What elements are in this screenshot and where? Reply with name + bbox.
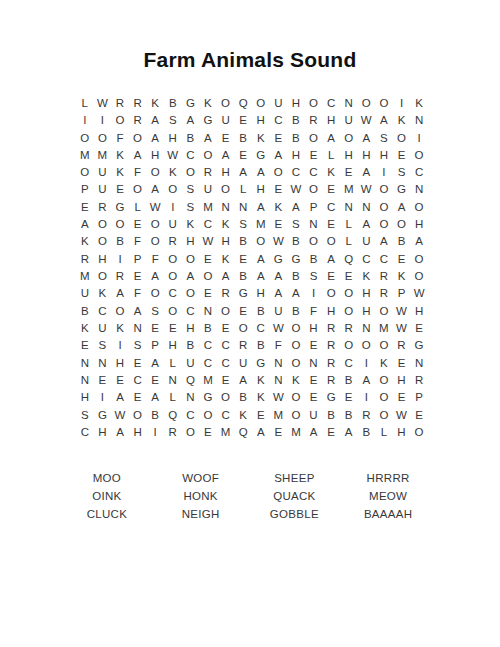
grid-cell: A [270, 268, 288, 285]
grid-cell: A [393, 199, 411, 216]
grid-cell: E [129, 355, 147, 372]
grid-cell: H [94, 424, 112, 441]
grid-cell: B [111, 234, 129, 251]
grid-cell: R [322, 320, 340, 337]
grid-cell: E [410, 320, 428, 337]
grid-cell: S [287, 216, 305, 233]
grid-cell: K [146, 95, 164, 112]
grid-cell: S [76, 407, 94, 424]
grid-cell: B [358, 424, 376, 441]
grid-cell: H [358, 285, 376, 302]
grid-cell: E [146, 372, 164, 389]
grid-cell: O [287, 407, 305, 424]
grid-cell: O [94, 216, 112, 233]
grid-cell: K [182, 216, 200, 233]
grid-cell: R [217, 285, 235, 302]
grid-cell: K [164, 164, 182, 181]
grid-cell: P [129, 251, 147, 268]
grid-cell: O [199, 147, 217, 164]
grid-cell: S [393, 164, 411, 181]
grid-cell: K [252, 389, 270, 406]
grid-cell: N [182, 389, 200, 406]
grid-cell: O [410, 424, 428, 441]
grid-cell: K [410, 95, 428, 112]
grid-cell: L [129, 199, 147, 216]
grid-cell: N [410, 355, 428, 372]
grid-cell: E [270, 424, 288, 441]
grid-cell: I [94, 389, 112, 406]
grid-cell: O [393, 216, 411, 233]
grid-cell: H [410, 216, 428, 233]
grid-cell: B [234, 389, 252, 406]
grid-cell: L [76, 95, 94, 112]
grid-cell: W [146, 199, 164, 216]
grid-cell: E [94, 372, 112, 389]
grid-cell: A [287, 285, 305, 302]
grid-cell: E [393, 355, 411, 372]
grid-cell: U [270, 95, 288, 112]
grid-cell: N [305, 355, 323, 372]
grid-cell: R [375, 285, 393, 302]
grid-cell: O [111, 112, 129, 129]
grid-cell: B [234, 234, 252, 251]
grid-cell: N [410, 182, 428, 199]
grid-cell: C [270, 112, 288, 129]
grid-cell: H [111, 355, 129, 372]
grid-cell: O [375, 182, 393, 199]
grid-cell: R [94, 199, 112, 216]
grid-cell: O [270, 164, 288, 181]
grid-cell: F [146, 251, 164, 268]
word-list-item: OINK [60, 487, 154, 505]
grid-cell: A [305, 424, 323, 441]
grid-cell: B [287, 130, 305, 147]
grid-cell: S [305, 268, 323, 285]
grid-cell: E [393, 251, 411, 268]
grid-cell: O [199, 268, 217, 285]
grid-cell: A [146, 112, 164, 129]
grid-cell: R [164, 234, 182, 251]
grid-cell: R [393, 337, 411, 354]
grid-cell: M [252, 216, 270, 233]
grid-cell: B [252, 303, 270, 320]
grid-cell: N [410, 112, 428, 129]
grid-cell: O [410, 199, 428, 216]
grid-cell: O [182, 164, 200, 181]
grid-cell: H [305, 320, 323, 337]
grid-cell: H [410, 303, 428, 320]
grid-cell: E [234, 303, 252, 320]
grid-cell: C [199, 355, 217, 372]
grid-cell: O [340, 130, 358, 147]
grid-cell: O [146, 234, 164, 251]
grid-cell: O [129, 130, 147, 147]
grid-cell: L [322, 147, 340, 164]
grid-cell: O [305, 130, 323, 147]
grid-cell: R [375, 268, 393, 285]
grid-cell: N [217, 199, 235, 216]
grid-cell: K [217, 251, 235, 268]
grid-cell: R [111, 268, 129, 285]
grid-cell: U [305, 407, 323, 424]
grid-cell: F [129, 164, 147, 181]
grid-cell: B [199, 320, 217, 337]
grid-cell: E [270, 182, 288, 199]
grid-cell: M [199, 372, 217, 389]
grid-cell: O [410, 147, 428, 164]
grid-cell: O [410, 268, 428, 285]
grid-cell: E [217, 320, 235, 337]
grid-cell: E [322, 268, 340, 285]
grid-cell: A [217, 268, 235, 285]
grid-cell: A [111, 424, 129, 441]
grid-cell: K [234, 407, 252, 424]
grid-cell: C [322, 199, 340, 216]
grid-cell: O [375, 407, 393, 424]
grid-cell: R [322, 337, 340, 354]
grid-cell: Q [340, 251, 358, 268]
grid-cell: W [94, 95, 112, 112]
grid-cell: N [129, 320, 147, 337]
grid-cell: A [146, 182, 164, 199]
grid-cell: S [164, 112, 182, 129]
grid-cell: E [76, 199, 94, 216]
grid-cell: O [375, 95, 393, 112]
grid-cell: K [217, 216, 235, 233]
grid-cell: H [146, 147, 164, 164]
word-list-item: GOBBLE [248, 505, 342, 523]
grid-cell: U [270, 303, 288, 320]
grid-cell: R [305, 112, 323, 129]
grid-cell: G [111, 199, 129, 216]
grid-cell: M [94, 147, 112, 164]
grid-cell: R [322, 372, 340, 389]
grid-cell: I [375, 164, 393, 181]
grid-cell: G [270, 251, 288, 268]
grid-cell: E [217, 372, 235, 389]
grid-cell: H [393, 424, 411, 441]
grid-cell: I [164, 199, 182, 216]
grid-cell: S [182, 199, 200, 216]
grid-cell: O [375, 303, 393, 320]
grid-cell: A [252, 424, 270, 441]
grid-cell: H [287, 95, 305, 112]
grid-cell: A [146, 355, 164, 372]
grid-cell: O [305, 182, 323, 199]
grid-cell: U [234, 355, 252, 372]
grid-cell: C [164, 285, 182, 302]
grid-cell: U [182, 355, 200, 372]
grid-cell: A [358, 130, 376, 147]
grid-cell: M [270, 407, 288, 424]
grid-cell: C [375, 251, 393, 268]
grid-cell: K [252, 130, 270, 147]
grid-cell: O [217, 389, 235, 406]
grid-cell: E [234, 147, 252, 164]
grid-cell: R [199, 164, 217, 181]
grid-cell: A [322, 130, 340, 147]
grid-cell: C [305, 164, 323, 181]
grid-cell: W [287, 182, 305, 199]
grid-cell: A [358, 372, 376, 389]
grid-cell: L [340, 234, 358, 251]
grid-cell: S [94, 337, 112, 354]
grid-cell: H [322, 112, 340, 129]
grid-cell: N [270, 372, 288, 389]
puzzle-title: Farm Animals Sound [0, 48, 500, 72]
grid-cell: G [199, 112, 217, 129]
grid-cell: E [305, 337, 323, 354]
grid-cell: A [375, 112, 393, 129]
grid-cell: L [340, 216, 358, 233]
word-list-item: SHEEP [248, 469, 342, 487]
grid-cell: N [234, 199, 252, 216]
grid-cell: K [76, 320, 94, 337]
grid-cell: K [76, 234, 94, 251]
grid-cell: B [164, 95, 182, 112]
grid-cell: O [164, 251, 182, 268]
grid-cell: S [182, 182, 200, 199]
grid-cell: U [164, 216, 182, 233]
grid-cell: R [340, 320, 358, 337]
grid-cell: O [410, 251, 428, 268]
grid-cell: M [287, 424, 305, 441]
grid-cell: G [252, 355, 270, 372]
grid-cell: C [76, 424, 94, 441]
grid-cell: W [164, 147, 182, 164]
grid-cell: F [111, 130, 129, 147]
grid-cell: E [252, 407, 270, 424]
grid-cell: M [340, 182, 358, 199]
grid-cell: O [182, 285, 200, 302]
grid-cell: O [164, 182, 182, 199]
grid-cell: H [322, 303, 340, 320]
grid-cell: I [146, 424, 164, 441]
grid-cell: A [375, 234, 393, 251]
grid-cell: U [340, 112, 358, 129]
grid-cell: O [340, 337, 358, 354]
grid-cell: G [393, 182, 411, 199]
grid-cell: K [270, 199, 288, 216]
grid-cell: C [358, 251, 376, 268]
grid-cell: O [76, 164, 94, 181]
grid-cell: S [146, 303, 164, 320]
grid-cell: N [76, 372, 94, 389]
grid-cell: I [94, 112, 112, 129]
grid-cell: W [199, 234, 217, 251]
grid-cell: B [182, 130, 200, 147]
grid-cell: B [287, 234, 305, 251]
grid-cell: O [217, 95, 235, 112]
grid-cell: B [146, 407, 164, 424]
grid-cell: G [199, 389, 217, 406]
grid-cell: O [375, 372, 393, 389]
grid-cell: K [393, 112, 411, 129]
grid-cell: A [410, 234, 428, 251]
grid-cell: A [146, 268, 164, 285]
grid-cell: O [287, 337, 305, 354]
grid-cell: U [76, 285, 94, 302]
grid-cell: A [287, 199, 305, 216]
grid-cell: O [375, 389, 393, 406]
grid-cell: A [182, 268, 200, 285]
grid-cell: B [234, 268, 252, 285]
grid-cell: O [287, 320, 305, 337]
grid-cell: R [76, 251, 94, 268]
grid-cell: N [164, 372, 182, 389]
grid-cell: O [375, 216, 393, 233]
grid-cell: W [270, 320, 288, 337]
grid-cell: G [322, 389, 340, 406]
word-list-item: CLUCK [60, 505, 154, 523]
grid-cell: P [410, 389, 428, 406]
grid-cell: F [129, 234, 147, 251]
grid-cell: H [358, 303, 376, 320]
grid-cell: G [182, 95, 200, 112]
grid-cell: R [129, 112, 147, 129]
grid-cell: H [94, 251, 112, 268]
word-search-page: Farm Animals Sound LWRRKBGKOQOUHOCNOOIKI… [0, 0, 500, 647]
word-list-item: MOO [60, 469, 154, 487]
grid-cell: R [129, 95, 147, 112]
grid-cell: I [358, 389, 376, 406]
grid-cell: O [322, 285, 340, 302]
grid-cell: H [76, 389, 94, 406]
grid-cell: I [305, 285, 323, 302]
grid-cell: P [305, 199, 323, 216]
grid-cell: B [322, 407, 340, 424]
grid-cell: H [182, 234, 200, 251]
grid-cell: O [182, 251, 200, 268]
grid-cell: E [199, 251, 217, 268]
grid-cell: H [217, 164, 235, 181]
grid-cell: E [129, 389, 147, 406]
grid-cell: A [129, 303, 147, 320]
grid-cell: B [340, 407, 358, 424]
grid-cell: O [164, 268, 182, 285]
grid-cell: M [375, 320, 393, 337]
grid-cell: E [129, 268, 147, 285]
grid-cell: O [287, 355, 305, 372]
grid-cell: A [340, 424, 358, 441]
grid-cell: C [410, 164, 428, 181]
grid-cell: F [129, 285, 147, 302]
grid-cell: G [252, 147, 270, 164]
grid-cell: O [182, 424, 200, 441]
grid-cell: K [287, 372, 305, 389]
grid-cell: L [164, 355, 182, 372]
grid-cell: U [217, 112, 235, 129]
grid-cell: I [393, 95, 411, 112]
grid-cell: K [252, 372, 270, 389]
word-list-item: MEOW [341, 487, 435, 505]
grid-cell: O [146, 285, 164, 302]
grid-cell: L [375, 424, 393, 441]
grid-cell: C [199, 337, 217, 354]
grid-cell: E [76, 337, 94, 354]
grid-cell: U [94, 164, 112, 181]
grid-cell: O [129, 182, 147, 199]
grid-cell: A [252, 164, 270, 181]
word-list-item: BAAAAH [341, 505, 435, 523]
grid-cell: C [217, 337, 235, 354]
grid-cell: A [270, 147, 288, 164]
grid-cell: K [111, 320, 129, 337]
grid-cell: K [111, 147, 129, 164]
grid-cell: R [410, 372, 428, 389]
grid-cell: O [146, 164, 164, 181]
grid-cell: C [322, 95, 340, 112]
grid-cell: P [146, 337, 164, 354]
grid-cell: W [393, 303, 411, 320]
word-list-item: NEIGH [154, 505, 248, 523]
grid-cell: W [111, 407, 129, 424]
grid-cell: B [340, 372, 358, 389]
grid-cell: O [305, 234, 323, 251]
grid-cell: R [234, 337, 252, 354]
grid-cell: O [322, 234, 340, 251]
grid-cell: H [182, 320, 200, 337]
grid-cell: H [252, 285, 270, 302]
grid-cell: N [199, 303, 217, 320]
grid-cell: H [164, 337, 182, 354]
grid-cell: L [164, 389, 182, 406]
grid-cell: B [287, 268, 305, 285]
grid-cell: N [305, 216, 323, 233]
grid-cell: B [234, 130, 252, 147]
grid-cell: A [234, 372, 252, 389]
grid-cell: E [199, 285, 217, 302]
grid-cell: O [375, 199, 393, 216]
grid-cell: R [164, 424, 182, 441]
grid-cell: Q [234, 95, 252, 112]
grid-cell: O [305, 95, 323, 112]
grid-cell: H [252, 112, 270, 129]
grid-cell: A [252, 199, 270, 216]
word-list-item: QUACK [248, 487, 342, 505]
grid-cell: O [94, 268, 112, 285]
grid-cell: K [111, 164, 129, 181]
grid-cell: A [358, 164, 376, 181]
grid-cell: P [76, 182, 94, 199]
grid-cell: H [252, 182, 270, 199]
grid-cell: C [252, 320, 270, 337]
grid-cell: E [322, 424, 340, 441]
grid-cell: A [217, 147, 235, 164]
grid-cell: N [94, 355, 112, 372]
grid-cell: E [164, 320, 182, 337]
grid-cell: E [340, 164, 358, 181]
grid-cell: F [270, 337, 288, 354]
grid-cell: A [182, 112, 200, 129]
grid-cell: K [322, 164, 340, 181]
grid-cell: N [340, 199, 358, 216]
grid-cell: C [129, 372, 147, 389]
grid-cell: C [199, 216, 217, 233]
grid-cell: O [234, 320, 252, 337]
grid-cell: B [393, 234, 411, 251]
grid-cell: O [129, 407, 147, 424]
grid-cell: A [146, 389, 164, 406]
grid-cell: O [358, 337, 376, 354]
grid-cell: W [410, 285, 428, 302]
grid-cell: U [94, 182, 112, 199]
grid-cell: I [410, 130, 428, 147]
grid-cell: A [76, 216, 94, 233]
grid-cell: W [270, 234, 288, 251]
grid-cell: O [375, 337, 393, 354]
grid-cell: C [182, 407, 200, 424]
